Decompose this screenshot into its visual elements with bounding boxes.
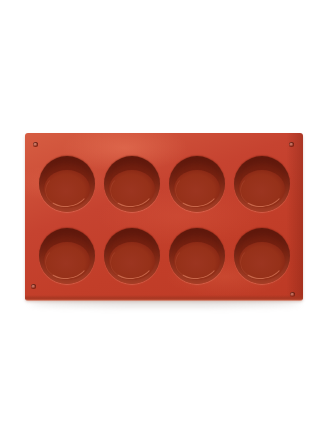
mold-cavity — [104, 156, 160, 212]
corner-hole-bottom-right — [290, 292, 295, 297]
cavity-grid — [25, 133, 303, 300]
mold-cavity — [169, 156, 225, 212]
mold-cavity — [104, 228, 160, 284]
corner-hole-top-right — [289, 142, 294, 147]
product-photo-background — [0, 0, 327, 436]
silicone-mold — [25, 133, 303, 300]
mold-cavity — [234, 156, 290, 212]
mold-cavity — [169, 228, 225, 284]
corner-hole-top-left — [33, 142, 38, 147]
mold-cavity — [234, 228, 290, 284]
mold-cavity — [39, 156, 95, 212]
corner-hole-bottom-left — [31, 284, 36, 289]
mold-cavity — [39, 228, 95, 284]
